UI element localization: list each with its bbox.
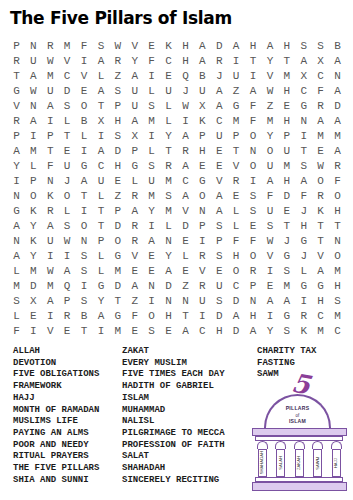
grid-cell[interactable]: N [143,279,160,294]
grid-cell[interactable]: J [295,249,312,264]
grid-cell[interactable]: A [245,324,262,339]
grid-cell[interactable]: A [295,54,312,69]
grid-cell[interactable]: V [8,99,25,114]
grid-cell[interactable]: J [177,84,194,99]
grid-cell[interactable]: R [211,54,228,69]
grid-cell[interactable]: X [295,69,312,84]
grid-cell[interactable]: R [160,159,177,174]
grid-cell[interactable]: A [211,204,228,219]
grid-cell[interactable]: C [312,309,329,324]
grid-cell[interactable]: R [245,264,262,279]
grid-cell[interactable]: G [8,204,25,219]
grid-cell[interactable]: R [194,279,211,294]
grid-cell[interactable]: I [143,294,160,309]
grid-cell[interactable]: V [126,39,143,54]
grid-cell[interactable]: A [8,249,25,264]
grid-cell[interactable]: S [278,324,295,339]
grid-cell[interactable]: Y [261,324,278,339]
grid-cell[interactable]: F [312,84,329,99]
grid-cell[interactable]: C [295,84,312,99]
grid-cell[interactable]: W [312,159,329,174]
grid-cell[interactable]: W [42,54,59,69]
grid-cell[interactable]: S [278,264,295,279]
grid-cell[interactable]: G [194,174,211,189]
grid-cell[interactable]: X [312,54,329,69]
grid-cell[interactable]: S [143,324,160,339]
grid-cell[interactable]: M [278,159,295,174]
grid-cell[interactable]: V [126,249,143,264]
grid-cell[interactable]: V [211,174,228,189]
grid-cell[interactable]: A [92,309,109,324]
grid-cell[interactable]: U [92,174,109,189]
grid-cell[interactable]: R [126,219,143,234]
grid-cell[interactable]: M [160,204,177,219]
grid-cell[interactable]: D [211,39,228,54]
grid-cell[interactable]: K [25,204,42,219]
grid-cell[interactable]: G [312,279,329,294]
grid-cell[interactable]: I [92,324,109,339]
grid-cell[interactable]: R [329,159,346,174]
grid-cell[interactable]: U [160,84,177,99]
grid-cell[interactable]: S [92,39,109,54]
grid-cell[interactable]: U [194,294,211,309]
grid-cell[interactable]: K [194,114,211,129]
grid-cell[interactable]: I [228,54,245,69]
grid-cell[interactable]: L [228,204,245,219]
grid-cell[interactable]: R [177,144,194,159]
grid-cell[interactable]: Y [160,129,177,144]
grid-cell[interactable]: F [245,234,262,249]
grid-cell[interactable]: R [228,174,245,189]
grid-cell[interactable]: C [59,69,76,84]
grid-cell[interactable]: K [25,234,42,249]
grid-cell[interactable]: T [177,309,194,324]
grid-cell[interactable]: A [228,39,245,54]
grid-cell[interactable]: I [194,309,211,324]
grid-cell[interactable]: J [59,174,76,189]
grid-cell[interactable]: L [160,99,177,114]
grid-cell[interactable]: A [92,54,109,69]
grid-cell[interactable]: O [194,189,211,204]
grid-cell[interactable]: A [42,219,59,234]
grid-cell[interactable]: O [245,129,262,144]
grid-cell[interactable]: E [59,144,76,159]
grid-cell[interactable]: L [177,249,194,264]
grid-cell[interactable]: T [245,54,262,69]
grid-cell[interactable]: I [295,294,312,309]
grid-cell[interactable]: B [76,114,93,129]
grid-cell[interactable]: P [25,174,42,189]
grid-cell[interactable]: E [126,324,143,339]
grid-cell[interactable]: A [295,174,312,189]
grid-cell[interactable]: D [25,279,42,294]
grid-cell[interactable]: M [59,39,76,54]
grid-cell[interactable]: O [228,264,245,279]
grid-cell[interactable]: A [245,84,262,99]
grid-cell[interactable]: S [8,294,25,309]
grid-cell[interactable]: H [245,309,262,324]
grid-cell[interactable]: H [228,249,245,264]
grid-cell[interactable]: F [329,174,346,189]
grid-cell[interactable]: A [126,69,143,84]
grid-cell[interactable]: P [109,99,126,114]
grid-cell[interactable]: T [76,189,93,204]
grid-cell[interactable]: R [126,189,143,204]
grid-cell[interactable]: D [278,189,295,204]
grid-cell[interactable]: G [76,159,93,174]
grid-cell[interactable]: A [312,114,329,129]
grid-cell[interactable]: V [177,204,194,219]
grid-cell[interactable]: F [228,234,245,249]
grid-cell[interactable]: H [312,294,329,309]
grid-cell[interactable]: R [59,309,76,324]
grid-cell[interactable]: R [126,234,143,249]
grid-cell[interactable]: M [329,129,346,144]
grid-cell[interactable]: E [59,324,76,339]
grid-cell[interactable]: I [25,129,42,144]
grid-cell[interactable]: N [177,294,194,309]
grid-cell[interactable]: I [76,204,93,219]
grid-cell[interactable]: M [143,114,160,129]
grid-cell[interactable]: A [329,54,346,69]
grid-cell[interactable]: T [76,324,93,339]
grid-cell[interactable]: L [59,204,76,219]
grid-cell[interactable]: H [177,54,194,69]
grid-cell[interactable]: L [25,159,42,174]
grid-cell[interactable]: V [312,249,329,264]
grid-cell[interactable]: S [76,264,93,279]
grid-cell[interactable]: F [245,99,262,114]
grid-cell[interactable]: V [194,264,211,279]
grid-cell[interactable]: R [109,54,126,69]
grid-cell[interactable]: O [143,309,160,324]
grid-cell[interactable]: H [278,84,295,99]
grid-cell[interactable]: G [126,159,143,174]
grid-cell[interactable]: L [126,174,143,189]
grid-cell[interactable]: E [194,159,211,174]
grid-cell[interactable]: T [42,144,59,159]
grid-cell[interactable]: I [59,249,76,264]
grid-cell[interactable]: I [261,264,278,279]
grid-cell[interactable]: G [228,99,245,114]
grid-cell[interactable]: A [211,99,228,114]
grid-cell[interactable]: O [59,189,76,204]
grid-cell[interactable]: P [8,39,25,54]
grid-cell[interactable]: M [261,114,278,129]
grid-cell[interactable]: I [245,69,262,84]
grid-cell[interactable]: B [329,39,346,54]
grid-cell[interactable]: A [278,294,295,309]
grid-cell[interactable]: O [261,144,278,159]
grid-cell[interactable]: R [8,114,25,129]
grid-cell[interactable]: G [8,84,25,99]
grid-cell[interactable]: A [8,144,25,159]
grid-cell[interactable]: R [312,189,329,204]
grid-cell[interactable]: Y [126,54,143,69]
grid-cell[interactable]: H [194,144,211,159]
grid-cell[interactable]: N [329,69,346,84]
grid-cell[interactable]: W [25,84,42,99]
grid-cell[interactable]: A [42,294,59,309]
grid-cell[interactable]: E [245,219,262,234]
grid-cell[interactable]: M [8,279,25,294]
grid-cell[interactable]: E [160,69,177,84]
grid-cell[interactable]: U [278,144,295,159]
grid-cell[interactable]: M [42,69,59,84]
grid-cell[interactable]: P [109,204,126,219]
grid-cell[interactable]: L [92,264,109,279]
grid-cell[interactable]: E [211,144,228,159]
grid-cell[interactable]: T [278,219,295,234]
grid-cell[interactable]: V [76,69,93,84]
grid-cell[interactable]: O [329,249,346,264]
grid-cell[interactable]: T [109,294,126,309]
grid-cell[interactable]: E [160,324,177,339]
grid-cell[interactable]: Y [92,294,109,309]
grid-cell[interactable]: A [261,39,278,54]
grid-cell[interactable]: P [194,219,211,234]
grid-cell[interactable]: D [228,324,245,339]
grid-cell[interactable]: N [245,144,262,159]
grid-cell[interactable]: E [126,264,143,279]
grid-cell[interactable]: N [295,114,312,129]
grid-cell[interactable]: L [160,219,177,234]
grid-cell[interactable]: V [42,324,59,339]
grid-cell[interactable]: E [211,264,228,279]
grid-cell[interactable]: U [42,84,59,99]
grid-cell[interactable]: S [160,189,177,204]
grid-cell[interactable]: O [245,249,262,264]
grid-cell[interactable]: S [245,204,262,219]
grid-cell[interactable]: G [278,309,295,324]
grid-cell[interactable]: I [8,174,25,189]
grid-cell[interactable]: E [177,264,194,279]
grid-cell[interactable]: M [329,309,346,324]
grid-cell[interactable]: A [25,114,42,129]
grid-cell[interactable]: E [278,204,295,219]
grid-cell[interactable]: W [177,99,194,114]
grid-cell[interactable]: T [8,69,25,84]
grid-cell[interactable]: U [211,129,228,144]
grid-cell[interactable]: C [92,159,109,174]
grid-cell[interactable]: X [25,294,42,309]
grid-cell[interactable]: P [8,129,25,144]
grid-cell[interactable]: W [109,39,126,54]
grid-cell[interactable]: D [109,219,126,234]
grid-cell[interactable]: Y [25,219,42,234]
grid-cell[interactable]: A [211,84,228,99]
grid-cell[interactable]: N [76,234,93,249]
grid-cell[interactable]: H [160,309,177,324]
grid-cell[interactable]: I [143,129,160,144]
grid-cell[interactable]: O [76,219,93,234]
grid-cell[interactable]: S [143,159,160,174]
grid-cell[interactable]: Z [177,279,194,294]
grid-cell[interactable]: Z [261,99,278,114]
grid-cell[interactable]: T [278,54,295,69]
grid-cell[interactable]: R [42,39,59,54]
grid-cell[interactable]: L [92,69,109,84]
grid-cell[interactable]: A [143,234,160,249]
grid-cell[interactable]: A [59,264,76,279]
grid-cell[interactable]: L [228,219,245,234]
grid-cell[interactable]: F [295,189,312,204]
grid-cell[interactable]: A [194,54,211,69]
grid-cell[interactable]: Z [109,69,126,84]
grid-cell[interactable]: K [295,324,312,339]
grid-cell[interactable]: P [59,294,76,309]
grid-cell[interactable]: U [211,279,228,294]
grid-cell[interactable]: F [261,189,278,204]
grid-cell[interactable]: A [177,324,194,339]
grid-cell[interactable]: W [261,234,278,249]
grid-cell[interactable]: H [177,39,194,54]
grid-cell[interactable]: S [211,219,228,234]
grid-cell[interactable]: L [143,144,160,159]
grid-cell[interactable]: R [312,99,329,114]
grid-cell[interactable]: T [228,144,245,159]
grid-cell[interactable]: P [194,129,211,144]
grid-cell[interactable]: A [126,204,143,219]
grid-cell[interactable]: B [76,309,93,324]
grid-cell[interactable]: E [278,99,295,114]
grid-cell[interactable]: F [8,324,25,339]
grid-cell[interactable]: I [76,54,93,69]
grid-cell[interactable]: F [42,159,59,174]
grid-cell[interactable]: S [109,129,126,144]
grid-cell[interactable]: M [25,144,42,159]
grid-cell[interactable]: N [8,234,25,249]
grid-cell[interactable]: R [295,309,312,324]
grid-cell[interactable]: E [228,189,245,204]
grid-cell[interactable]: N [25,99,42,114]
grid-cell[interactable]: D [109,144,126,159]
grid-cell[interactable]: J [295,204,312,219]
grid-cell[interactable]: A [329,84,346,99]
grid-cell[interactable]: B [194,69,211,84]
grid-cell[interactable]: L [8,309,25,324]
grid-cell[interactable]: A [160,264,177,279]
grid-cell[interactable]: N [42,174,59,189]
grid-cell[interactable]: T [295,144,312,159]
grid-cell[interactable]: X [126,129,143,144]
grid-cell[interactable]: P [92,234,109,249]
grid-cell[interactable]: Z [228,84,245,99]
grid-cell[interactable]: W [42,264,59,279]
grid-cell[interactable]: S [312,39,329,54]
grid-cell[interactable]: A [194,39,211,54]
grid-cell[interactable]: I [143,219,160,234]
grid-cell[interactable]: M [25,264,42,279]
grid-cell[interactable]: E [211,159,228,174]
grid-cell[interactable]: F [143,54,160,69]
grid-cell[interactable]: M [160,174,177,189]
grid-cell[interactable]: U [194,84,211,99]
grid-cell[interactable]: A [329,144,346,159]
grid-cell[interactable]: D [228,294,245,309]
grid-cell[interactable]: T [329,219,346,234]
grid-cell[interactable]: N [160,234,177,249]
grid-cell[interactable]: I [245,174,262,189]
grid-cell[interactable]: A [211,189,228,204]
grid-cell[interactable]: G [295,234,312,249]
grid-cell[interactable]: A [126,279,143,294]
grid-cell[interactable]: Y [143,204,160,219]
grid-cell[interactable]: Y [8,159,25,174]
grid-cell[interactable]: E [25,309,42,324]
grid-cell[interactable]: H [109,114,126,129]
grid-cell[interactable]: G [109,249,126,264]
grid-cell[interactable]: E [76,84,93,99]
grid-cell[interactable]: M [278,69,295,84]
grid-cell[interactable]: N [160,294,177,309]
grid-cell[interactable]: T [92,204,109,219]
grid-cell[interactable]: A [92,144,109,159]
grid-cell[interactable]: N [329,234,346,249]
grid-cell[interactable]: R [42,204,59,219]
grid-cell[interactable]: L [143,84,160,99]
grid-cell[interactable]: O [109,234,126,249]
grid-cell[interactable]: O [329,189,346,204]
grid-cell[interactable]: G [295,279,312,294]
grid-cell[interactable]: N [245,294,262,309]
grid-cell[interactable]: P [228,129,245,144]
grid-cell[interactable]: A [261,174,278,189]
grid-cell[interactable]: S [76,294,93,309]
grid-cell[interactable]: A [261,294,278,309]
grid-cell[interactable]: S [245,189,262,204]
grid-cell[interactable]: Z [109,189,126,204]
grid-cell[interactable]: U [143,174,160,189]
grid-cell[interactable]: M [109,324,126,339]
grid-cell[interactable]: C [329,324,346,339]
grid-cell[interactable]: Q [59,279,76,294]
grid-cell[interactable]: J [211,69,228,84]
grid-cell[interactable]: X [194,99,211,114]
grid-cell[interactable]: A [42,99,59,114]
grid-cell[interactable]: I [194,234,211,249]
grid-cell[interactable]: A [312,264,329,279]
grid-cell[interactable]: A [228,309,245,324]
grid-cell[interactable]: C [177,174,194,189]
grid-cell[interactable]: J [278,234,295,249]
grid-cell[interactable]: L [160,114,177,129]
grid-cell[interactable]: U [42,234,59,249]
grid-cell[interactable]: P [42,129,59,144]
grid-cell[interactable]: H [109,159,126,174]
grid-cell[interactable]: I [76,279,93,294]
grid-cell[interactable]: I [42,309,59,324]
grid-cell[interactable]: K [42,189,59,204]
grid-cell[interactable]: E [143,39,160,54]
grid-cell[interactable]: D [329,99,346,114]
grid-cell[interactable]: S [109,84,126,99]
grid-cell[interactable]: I [92,129,109,144]
grid-cell[interactable]: M [312,129,329,144]
grid-cell[interactable]: O [312,174,329,189]
grid-cell[interactable]: C [228,279,245,294]
grid-cell[interactable]: W [261,84,278,99]
grid-cell[interactable]: E [177,234,194,249]
grid-cell[interactable]: S [211,249,228,264]
grid-cell[interactable]: R [8,54,25,69]
grid-cell[interactable]: F [126,309,143,324]
grid-cell[interactable]: S [295,159,312,174]
grid-cell[interactable]: R [194,249,211,264]
grid-cell[interactable]: C [160,54,177,69]
grid-cell[interactable]: O [25,189,42,204]
grid-cell[interactable]: Y [160,249,177,264]
